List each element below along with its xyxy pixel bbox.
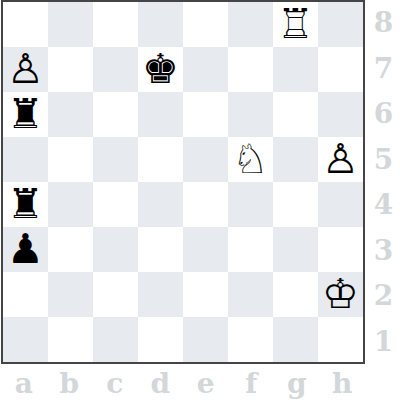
square-h2[interactable]: ♔ — [318, 272, 363, 317]
square-a8[interactable] — [3, 2, 48, 47]
square-f5[interactable]: ♘ — [228, 137, 273, 182]
square-b7[interactable] — [48, 47, 93, 92]
square-e5[interactable] — [183, 137, 228, 182]
square-h8[interactable] — [318, 2, 363, 47]
black-king-d7[interactable]: ♚ — [138, 47, 183, 92]
rank-label-6: 6 — [367, 91, 400, 136]
square-h7[interactable] — [318, 47, 363, 92]
square-a1[interactable] — [3, 317, 48, 362]
square-d8[interactable] — [138, 2, 183, 47]
square-e1[interactable] — [183, 317, 228, 362]
square-f8[interactable] — [228, 2, 273, 47]
black-pawn-a3[interactable]: ♟ — [3, 227, 48, 272]
square-g1[interactable] — [273, 317, 318, 362]
file-label-d: d — [138, 366, 184, 400]
square-c2[interactable] — [93, 272, 138, 317]
square-a2[interactable] — [3, 272, 48, 317]
square-b4[interactable] — [48, 182, 93, 227]
file-label-g: g — [274, 366, 320, 400]
square-f6[interactable] — [228, 92, 273, 137]
square-e7[interactable] — [183, 47, 228, 92]
square-b1[interactable] — [48, 317, 93, 362]
white-knight-f5[interactable]: ♘ — [228, 137, 273, 182]
square-f3[interactable] — [228, 227, 273, 272]
square-a3[interactable]: ♟ — [3, 227, 48, 272]
square-f2[interactable] — [228, 272, 273, 317]
file-label-e: e — [183, 366, 229, 400]
square-d4[interactable] — [138, 182, 183, 227]
square-d6[interactable] — [138, 92, 183, 137]
square-g5[interactable] — [273, 137, 318, 182]
square-g6[interactable] — [273, 92, 318, 137]
file-label-c: c — [92, 366, 138, 400]
rank-label-7: 7 — [367, 46, 400, 91]
square-b5[interactable] — [48, 137, 93, 182]
square-d3[interactable] — [138, 227, 183, 272]
chess-diagram: ♖♙♚♜♘♙♜♟♔ 87654321 abcdefgh — [0, 0, 400, 400]
square-a5[interactable] — [3, 137, 48, 182]
square-c6[interactable] — [93, 92, 138, 137]
square-f4[interactable] — [228, 182, 273, 227]
file-label-a: a — [1, 366, 47, 400]
square-c8[interactable] — [93, 2, 138, 47]
white-pawn-h5[interactable]: ♙ — [318, 137, 363, 182]
square-c5[interactable] — [93, 137, 138, 182]
white-pawn-a7[interactable]: ♙ — [3, 47, 48, 92]
square-c3[interactable] — [93, 227, 138, 272]
square-g4[interactable] — [273, 182, 318, 227]
black-rook-a6[interactable]: ♜ — [3, 92, 48, 137]
rank-label-3: 3 — [367, 228, 400, 273]
square-b8[interactable] — [48, 2, 93, 47]
file-label-b: b — [47, 366, 93, 400]
file-label-f: f — [229, 366, 275, 400]
square-c1[interactable] — [93, 317, 138, 362]
square-c4[interactable] — [93, 182, 138, 227]
square-h4[interactable] — [318, 182, 363, 227]
square-a6[interactable]: ♜ — [3, 92, 48, 137]
square-b3[interactable] — [48, 227, 93, 272]
rank-label-4: 4 — [367, 182, 400, 227]
square-a7[interactable]: ♙ — [3, 47, 48, 92]
square-d5[interactable] — [138, 137, 183, 182]
square-e6[interactable] — [183, 92, 228, 137]
square-h5[interactable]: ♙ — [318, 137, 363, 182]
white-rook-g8[interactable]: ♖ — [273, 2, 318, 47]
rank-labels: 87654321 — [367, 0, 400, 364]
square-e8[interactable] — [183, 2, 228, 47]
square-e4[interactable] — [183, 182, 228, 227]
chess-board: ♖♙♚♜♘♙♜♟♔ — [1, 0, 365, 364]
square-b6[interactable] — [48, 92, 93, 137]
square-g7[interactable] — [273, 47, 318, 92]
square-f1[interactable] — [228, 317, 273, 362]
square-h1[interactable] — [318, 317, 363, 362]
file-label-h: h — [320, 366, 366, 400]
square-c7[interactable] — [93, 47, 138, 92]
rank-label-2: 2 — [367, 273, 400, 318]
rank-label-8: 8 — [367, 0, 400, 45]
square-e3[interactable] — [183, 227, 228, 272]
square-g3[interactable] — [273, 227, 318, 272]
black-rook-a4[interactable]: ♜ — [3, 182, 48, 227]
square-g2[interactable] — [273, 272, 318, 317]
square-e2[interactable] — [183, 272, 228, 317]
rank-label-5: 5 — [367, 137, 400, 182]
square-g8[interactable]: ♖ — [273, 2, 318, 47]
square-d1[interactable] — [138, 317, 183, 362]
square-b2[interactable] — [48, 272, 93, 317]
square-d2[interactable] — [138, 272, 183, 317]
square-d7[interactable]: ♚ — [138, 47, 183, 92]
square-h3[interactable] — [318, 227, 363, 272]
square-a4[interactable]: ♜ — [3, 182, 48, 227]
file-labels: abcdefgh — [1, 366, 365, 400]
white-king-h2[interactable]: ♔ — [318, 272, 363, 317]
square-h6[interactable] — [318, 92, 363, 137]
square-f7[interactable] — [228, 47, 273, 92]
rank-label-1: 1 — [367, 319, 400, 364]
